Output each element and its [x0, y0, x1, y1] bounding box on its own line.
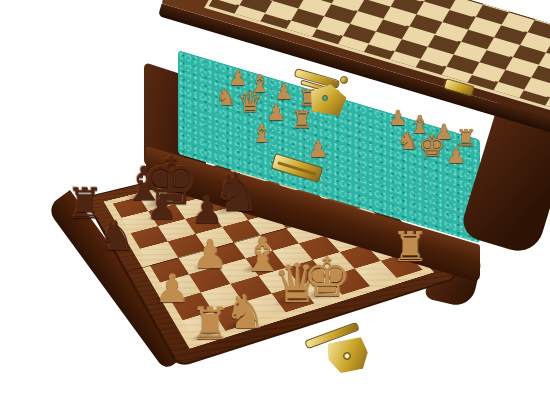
chess-piece-white-r-g1[interactable]: ♜	[392, 227, 429, 268]
stored-piece-k: ♚	[419, 131, 446, 161]
stored-piece-b: ♝	[251, 121, 273, 146]
stored-piece-p: ♟	[308, 138, 329, 161]
stored-piece-q: ♛	[237, 89, 262, 117]
chess-piece-white-p-c5[interactable]: ♟	[192, 234, 228, 274]
board-clasp-hole	[343, 352, 351, 360]
lid-clasp-hole	[322, 95, 328, 101]
stored-piece-p: ♟	[389, 108, 408, 129]
chess-piece-black-n-e6[interactable]: ♞	[213, 166, 261, 220]
stored-piece-p: ♟	[446, 145, 466, 167]
lid-clasp-knob	[340, 76, 348, 84]
stored-piece-r: ♜	[291, 108, 313, 132]
chess-piece-black-p-c7[interactable]: ♟	[146, 190, 177, 225]
stored-piece-n: ♞	[216, 86, 237, 109]
chess-piece-white-k-e1[interactable]: ♚	[303, 251, 351, 305]
chess-piece-white-p-b4[interactable]: ♟	[155, 269, 190, 308]
chess-piece-black-n-b6[interactable]: ♞	[99, 216, 136, 257]
chess-piece-white-n-b1[interactable]: ♞	[224, 288, 266, 335]
stored-piece-n: ♞	[397, 129, 419, 153]
product-photo: ♟♝♟♜♞♛♟♜♝♟♟♝♟♜♞♚♟ ♜♝♚♟♟♞♞♟♝♟♜♞♛♚♜	[0, 0, 550, 414]
